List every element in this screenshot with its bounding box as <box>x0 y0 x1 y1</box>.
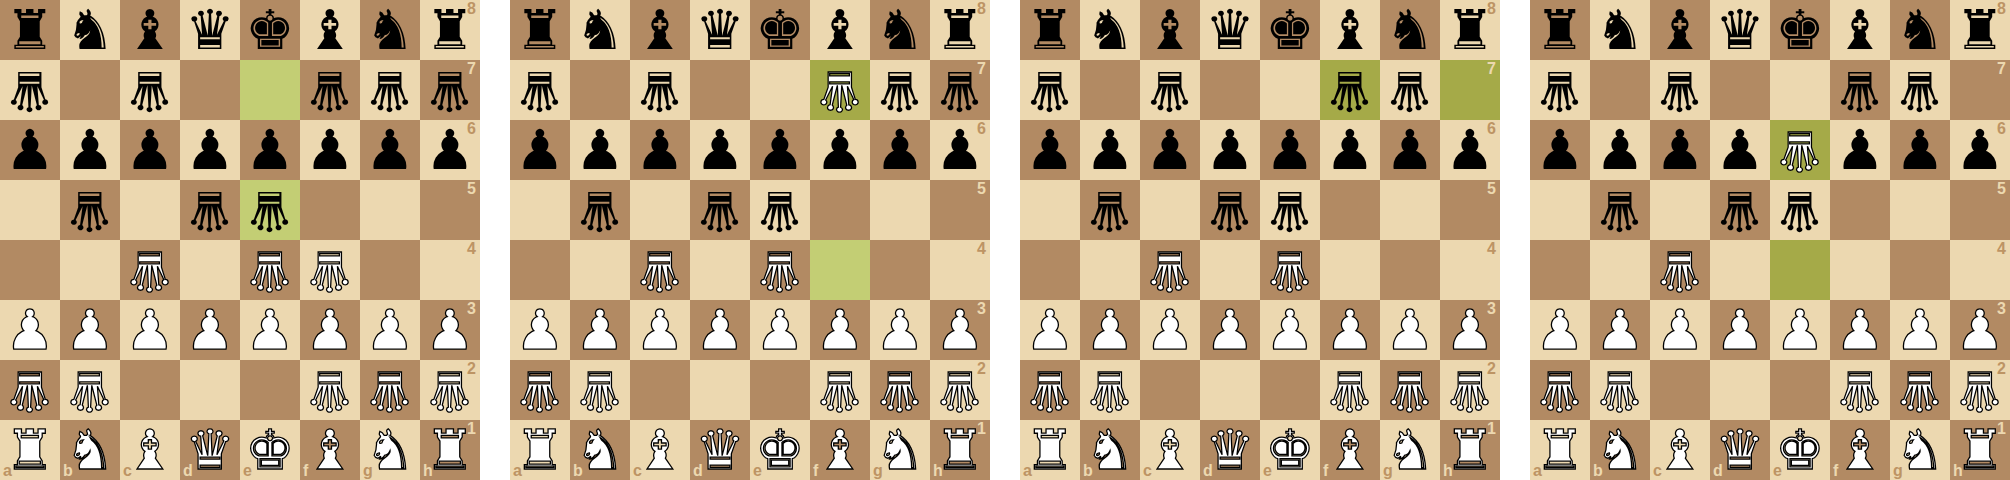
square-c2[interactable] <box>630 360 690 420</box>
square-h5[interactable] <box>930 180 990 240</box>
white-pawn-piece[interactable]: ♟ <box>1835 303 1884 358</box>
black-pawn-piece[interactable]: ♟ <box>245 123 294 178</box>
white-grasshopper-piece[interactable]: ♛ <box>575 363 624 418</box>
black-grasshopper-piece[interactable]: ♛ <box>65 183 114 238</box>
square-a7[interactable]: ♛ <box>510 60 570 120</box>
square-b4[interactable] <box>1080 240 1140 300</box>
square-g8[interactable]: ♞ <box>360 0 420 60</box>
square-f5[interactable] <box>810 180 870 240</box>
white-knight-piece[interactable]: ♞ <box>365 423 414 478</box>
square-g8[interactable]: ♞ <box>870 0 930 60</box>
square-d8[interactable]: ♛ <box>1710 0 1770 60</box>
square-h8[interactable]: ♜ <box>1440 0 1500 60</box>
white-pawn-piece[interactable]: ♟ <box>1535 303 1584 358</box>
black-knight-piece[interactable]: ♞ <box>65 3 114 58</box>
white-grasshopper-piece[interactable]: ♛ <box>1385 363 1434 418</box>
white-grasshopper-piece[interactable]: ♛ <box>5 363 54 418</box>
square-f2[interactable]: ♛ <box>810 360 870 420</box>
white-king-piece[interactable]: ♚ <box>1265 423 1314 478</box>
square-g3[interactable]: ♟ <box>870 300 930 360</box>
square-f3[interactable]: ♟ <box>300 300 360 360</box>
square-g8[interactable]: ♞ <box>1890 0 1950 60</box>
square-g3[interactable]: ♟ <box>360 300 420 360</box>
square-e4[interactable]: ♛ <box>240 240 300 300</box>
square-b3[interactable]: ♟ <box>1080 300 1140 360</box>
black-pawn-piece[interactable]: ♟ <box>1385 123 1434 178</box>
square-g7[interactable]: ♛ <box>1890 60 1950 120</box>
square-d2[interactable] <box>180 360 240 420</box>
white-bishop-piece[interactable]: ♝ <box>1145 423 1194 478</box>
square-b2[interactable]: ♛ <box>1080 360 1140 420</box>
black-pawn-piece[interactable]: ♟ <box>1445 123 1494 178</box>
square-c7[interactable]: ♛ <box>1140 60 1200 120</box>
black-grasshopper-piece[interactable]: ♛ <box>1655 63 1704 118</box>
black-rook-piece[interactable]: ♜ <box>1535 3 1584 58</box>
white-pawn-piece[interactable]: ♟ <box>65 303 114 358</box>
square-b7[interactable] <box>570 60 630 120</box>
square-h2[interactable]: ♛ <box>1440 360 1500 420</box>
black-pawn-piece[interactable]: ♟ <box>1835 123 1884 178</box>
square-h1[interactable]: ♜ <box>930 420 990 480</box>
square-g2[interactable]: ♛ <box>870 360 930 420</box>
square-b1[interactable]: ♞ <box>60 420 120 480</box>
black-grasshopper-piece[interactable]: ♛ <box>1595 183 1644 238</box>
square-d3[interactable]: ♟ <box>180 300 240 360</box>
square-a6[interactable]: ♟ <box>1530 120 1590 180</box>
square-c2[interactable] <box>120 360 180 420</box>
square-h4[interactable] <box>1950 240 2010 300</box>
white-pawn-piece[interactable]: ♟ <box>695 303 744 358</box>
black-pawn-piece[interactable]: ♟ <box>1955 123 2004 178</box>
white-rook-piece[interactable]: ♜ <box>5 423 54 478</box>
square-c4[interactable]: ♛ <box>1650 240 1710 300</box>
black-knight-piece[interactable]: ♞ <box>1385 3 1434 58</box>
white-pawn-piece[interactable]: ♟ <box>5 303 54 358</box>
square-h6[interactable]: ♟ <box>1950 120 2010 180</box>
square-d7[interactable] <box>690 60 750 120</box>
black-knight-piece[interactable]: ♞ <box>1085 3 1134 58</box>
white-knight-piece[interactable]: ♞ <box>1385 423 1434 478</box>
square-d6[interactable]: ♟ <box>1710 120 1770 180</box>
white-pawn-piece[interactable]: ♟ <box>125 303 174 358</box>
square-g3[interactable]: ♟ <box>1380 300 1440 360</box>
white-grasshopper-piece[interactable]: ♛ <box>815 363 864 418</box>
square-f7[interactable]: ♛ <box>810 60 870 120</box>
white-knight-piece[interactable]: ♞ <box>1595 423 1644 478</box>
white-pawn-piece[interactable]: ♟ <box>185 303 234 358</box>
square-b7[interactable] <box>1590 60 1650 120</box>
square-b7[interactable] <box>60 60 120 120</box>
square-e1[interactable]: ♚ <box>1770 420 1830 480</box>
white-bishop-piece[interactable]: ♝ <box>1655 423 1704 478</box>
square-f7[interactable]: ♛ <box>300 60 360 120</box>
square-b4[interactable] <box>1590 240 1650 300</box>
white-rook-piece[interactable]: ♜ <box>515 423 564 478</box>
black-grasshopper-piece[interactable]: ♛ <box>1895 63 1944 118</box>
black-pawn-piece[interactable]: ♟ <box>935 123 984 178</box>
white-pawn-piece[interactable]: ♟ <box>1445 303 1494 358</box>
white-bishop-piece[interactable]: ♝ <box>1835 423 1884 478</box>
white-grasshopper-piece[interactable]: ♛ <box>1955 363 2004 418</box>
white-bishop-piece[interactable]: ♝ <box>305 423 354 478</box>
square-d2[interactable] <box>1710 360 1770 420</box>
white-rook-piece[interactable]: ♜ <box>1535 423 1584 478</box>
square-d6[interactable]: ♟ <box>1200 120 1260 180</box>
square-f5[interactable] <box>1830 180 1890 240</box>
square-f4[interactable]: ♛ <box>300 240 360 300</box>
square-f1[interactable]: ♝ <box>300 420 360 480</box>
square-a5[interactable] <box>1530 180 1590 240</box>
square-a2[interactable]: ♛ <box>1530 360 1590 420</box>
square-h8[interactable]: ♜ <box>1950 0 2010 60</box>
black-pawn-piece[interactable]: ♟ <box>65 123 114 178</box>
square-e4[interactable]: ♛ <box>750 240 810 300</box>
square-f6[interactable]: ♟ <box>810 120 870 180</box>
square-e1[interactable]: ♚ <box>1260 420 1320 480</box>
white-bishop-piece[interactable]: ♝ <box>125 423 174 478</box>
square-h7[interactable]: ♛ <box>930 60 990 120</box>
black-pawn-piece[interactable]: ♟ <box>305 123 354 178</box>
square-e6[interactable]: ♟ <box>750 120 810 180</box>
square-d5[interactable]: ♛ <box>180 180 240 240</box>
square-a8[interactable]: ♜ <box>1530 0 1590 60</box>
square-h2[interactable]: ♛ <box>930 360 990 420</box>
square-d5[interactable]: ♛ <box>1200 180 1260 240</box>
square-h2[interactable]: ♛ <box>1950 360 2010 420</box>
square-b5[interactable]: ♛ <box>60 180 120 240</box>
square-h6[interactable]: ♟ <box>420 120 480 180</box>
square-b3[interactable]: ♟ <box>60 300 120 360</box>
square-c1[interactable]: ♝ <box>120 420 180 480</box>
black-pawn-piece[interactable]: ♟ <box>1655 123 1704 178</box>
black-knight-piece[interactable]: ♞ <box>1595 3 1644 58</box>
black-pawn-piece[interactable]: ♟ <box>635 123 684 178</box>
black-bishop-piece[interactable]: ♝ <box>815 3 864 58</box>
white-grasshopper-piece[interactable]: ♛ <box>305 243 354 298</box>
square-h8[interactable]: ♜ <box>420 0 480 60</box>
square-h3[interactable]: ♟ <box>420 300 480 360</box>
black-knight-piece[interactable]: ♞ <box>365 3 414 58</box>
black-pawn-piece[interactable]: ♟ <box>1595 123 1644 178</box>
square-d5[interactable]: ♛ <box>690 180 750 240</box>
white-grasshopper-piece[interactable]: ♛ <box>1835 363 1884 418</box>
black-pawn-piece[interactable]: ♟ <box>1715 123 1764 178</box>
square-e6[interactable]: ♟ <box>240 120 300 180</box>
square-h4[interactable] <box>1440 240 1500 300</box>
black-bishop-piece[interactable]: ♝ <box>1835 3 1884 58</box>
square-e2[interactable] <box>750 360 810 420</box>
black-grasshopper-piece[interactable]: ♛ <box>305 63 354 118</box>
square-g6[interactable]: ♟ <box>360 120 420 180</box>
black-pawn-piece[interactable]: ♟ <box>875 123 924 178</box>
black-pawn-piece[interactable]: ♟ <box>1205 123 1254 178</box>
white-grasshopper-piece[interactable]: ♛ <box>515 363 564 418</box>
black-bishop-piece[interactable]: ♝ <box>635 3 684 58</box>
square-b1[interactable]: ♞ <box>1080 420 1140 480</box>
square-c3[interactable]: ♟ <box>630 300 690 360</box>
square-a1[interactable]: ♜ <box>1530 420 1590 480</box>
square-d6[interactable]: ♟ <box>690 120 750 180</box>
white-pawn-piece[interactable]: ♟ <box>515 303 564 358</box>
square-h5[interactable] <box>1950 180 2010 240</box>
black-grasshopper-piece[interactable]: ♛ <box>365 63 414 118</box>
square-c6[interactable]: ♟ <box>120 120 180 180</box>
square-d4[interactable] <box>1200 240 1260 300</box>
square-a4[interactable] <box>510 240 570 300</box>
square-a4[interactable] <box>1020 240 1080 300</box>
white-grasshopper-piece[interactable]: ♛ <box>1445 363 1494 418</box>
square-a7[interactable]: ♛ <box>1020 60 1080 120</box>
square-g2[interactable]: ♛ <box>1380 360 1440 420</box>
white-king-piece[interactable]: ♚ <box>1775 423 1824 478</box>
white-pawn-piece[interactable]: ♟ <box>635 303 684 358</box>
square-f8[interactable]: ♝ <box>810 0 870 60</box>
white-pawn-piece[interactable]: ♟ <box>1655 303 1704 358</box>
square-h6[interactable]: ♟ <box>1440 120 1500 180</box>
square-a6[interactable]: ♟ <box>510 120 570 180</box>
square-d2[interactable] <box>690 360 750 420</box>
square-f3[interactable]: ♟ <box>810 300 870 360</box>
black-queen-piece[interactable]: ♛ <box>695 3 744 58</box>
square-d7[interactable] <box>1200 60 1260 120</box>
black-pawn-piece[interactable]: ♟ <box>1535 123 1584 178</box>
black-rook-piece[interactable]: ♜ <box>935 3 984 58</box>
square-c1[interactable]: ♝ <box>630 420 690 480</box>
black-grasshopper-piece[interactable]: ♛ <box>575 183 624 238</box>
square-c4[interactable]: ♛ <box>120 240 180 300</box>
square-c7[interactable]: ♛ <box>630 60 690 120</box>
square-f3[interactable]: ♟ <box>1830 300 1890 360</box>
square-c1[interactable]: ♝ <box>1140 420 1200 480</box>
square-a5[interactable] <box>510 180 570 240</box>
square-a2[interactable]: ♛ <box>0 360 60 420</box>
square-a3[interactable]: ♟ <box>0 300 60 360</box>
square-f2[interactable]: ♛ <box>1830 360 1890 420</box>
black-grasshopper-piece[interactable]: ♛ <box>755 183 804 238</box>
square-a3[interactable]: ♟ <box>1530 300 1590 360</box>
black-pawn-piece[interactable]: ♟ <box>695 123 744 178</box>
square-d3[interactable]: ♟ <box>1710 300 1770 360</box>
square-e6[interactable]: ♛ <box>1770 120 1830 180</box>
square-d2[interactable] <box>1200 360 1260 420</box>
white-grasshopper-piece[interactable]: ♛ <box>1025 363 1074 418</box>
square-e3[interactable]: ♟ <box>1770 300 1830 360</box>
black-queen-piece[interactable]: ♛ <box>1715 3 1764 58</box>
square-g6[interactable]: ♟ <box>1890 120 1950 180</box>
white-pawn-piece[interactable]: ♟ <box>1595 303 1644 358</box>
square-e3[interactable]: ♟ <box>750 300 810 360</box>
white-knight-piece[interactable]: ♞ <box>875 423 924 478</box>
square-h7[interactable]: ♛ <box>420 60 480 120</box>
square-f3[interactable]: ♟ <box>1320 300 1380 360</box>
square-f1[interactable]: ♝ <box>1320 420 1380 480</box>
black-grasshopper-piece[interactable]: ♛ <box>935 63 984 118</box>
square-b6[interactable]: ♟ <box>60 120 120 180</box>
square-e8[interactable]: ♚ <box>1260 0 1320 60</box>
black-grasshopper-piece[interactable]: ♛ <box>1265 183 1314 238</box>
square-g7[interactable]: ♛ <box>870 60 930 120</box>
square-e5[interactable]: ♛ <box>1770 180 1830 240</box>
square-e7[interactable] <box>1770 60 1830 120</box>
square-e4[interactable]: ♛ <box>1260 240 1320 300</box>
white-pawn-piece[interactable]: ♟ <box>1955 303 2004 358</box>
square-d3[interactable]: ♟ <box>1200 300 1260 360</box>
square-g6[interactable]: ♟ <box>870 120 930 180</box>
square-c8[interactable]: ♝ <box>1650 0 1710 60</box>
square-g1[interactable]: ♞ <box>1380 420 1440 480</box>
white-grasshopper-piece[interactable]: ♛ <box>305 363 354 418</box>
white-queen-piece[interactable]: ♛ <box>185 423 234 478</box>
square-b8[interactable]: ♞ <box>60 0 120 60</box>
square-e6[interactable]: ♟ <box>1260 120 1320 180</box>
white-grasshopper-piece[interactable]: ♛ <box>635 243 684 298</box>
square-d4[interactable] <box>1710 240 1770 300</box>
square-b4[interactable] <box>60 240 120 300</box>
square-b1[interactable]: ♞ <box>1590 420 1650 480</box>
black-pawn-piece[interactable]: ♟ <box>1085 123 1134 178</box>
square-a6[interactable]: ♟ <box>0 120 60 180</box>
square-d6[interactable]: ♟ <box>180 120 240 180</box>
white-pawn-piece[interactable]: ♟ <box>425 303 474 358</box>
square-f6[interactable]: ♟ <box>300 120 360 180</box>
square-e7[interactable] <box>1260 60 1320 120</box>
square-c7[interactable]: ♛ <box>1650 60 1710 120</box>
square-c5[interactable] <box>630 180 690 240</box>
black-queen-piece[interactable]: ♛ <box>1205 3 1254 58</box>
square-a8[interactable]: ♜ <box>0 0 60 60</box>
black-pawn-piece[interactable]: ♟ <box>1265 123 1314 178</box>
white-grasshopper-piece[interactable]: ♛ <box>365 363 414 418</box>
white-bishop-piece[interactable]: ♝ <box>815 423 864 478</box>
square-e2[interactable] <box>1770 360 1830 420</box>
square-f4[interactable] <box>810 240 870 300</box>
white-grasshopper-piece[interactable]: ♛ <box>935 363 984 418</box>
square-b7[interactable] <box>1080 60 1140 120</box>
black-pawn-piece[interactable]: ♟ <box>1145 123 1194 178</box>
black-king-piece[interactable]: ♚ <box>245 3 294 58</box>
square-e3[interactable]: ♟ <box>1260 300 1320 360</box>
black-grasshopper-piece[interactable]: ♛ <box>1325 63 1374 118</box>
white-grasshopper-piece[interactable]: ♛ <box>1085 363 1134 418</box>
square-h1[interactable]: ♜ <box>420 420 480 480</box>
white-knight-piece[interactable]: ♞ <box>1085 423 1134 478</box>
white-pawn-piece[interactable]: ♟ <box>1325 303 1374 358</box>
square-d8[interactable]: ♛ <box>1200 0 1260 60</box>
square-h1[interactable]: ♜ <box>1440 420 1500 480</box>
square-g7[interactable]: ♛ <box>1380 60 1440 120</box>
square-d5[interactable]: ♛ <box>1710 180 1770 240</box>
square-e2[interactable] <box>1260 360 1320 420</box>
black-bishop-piece[interactable]: ♝ <box>125 3 174 58</box>
white-knight-piece[interactable]: ♞ <box>65 423 114 478</box>
square-b3[interactable]: ♟ <box>1590 300 1650 360</box>
square-c2[interactable] <box>1140 360 1200 420</box>
white-grasshopper-piece[interactable]: ♛ <box>1265 243 1314 298</box>
black-grasshopper-piece[interactable]: ♛ <box>695 183 744 238</box>
black-pawn-piece[interactable]: ♟ <box>1025 123 1074 178</box>
square-a2[interactable]: ♛ <box>510 360 570 420</box>
square-d3[interactable]: ♟ <box>690 300 750 360</box>
black-pawn-piece[interactable]: ♟ <box>1895 123 1944 178</box>
square-c4[interactable]: ♛ <box>630 240 690 300</box>
white-pawn-piece[interactable]: ♟ <box>1775 303 1824 358</box>
square-h5[interactable] <box>1440 180 1500 240</box>
square-a4[interactable] <box>1530 240 1590 300</box>
white-rook-piece[interactable]: ♜ <box>1955 423 2004 478</box>
black-grasshopper-piece[interactable]: ♛ <box>1205 183 1254 238</box>
black-grasshopper-piece[interactable]: ♛ <box>1085 183 1134 238</box>
square-h3[interactable]: ♟ <box>1440 300 1500 360</box>
black-grasshopper-piece[interactable]: ♛ <box>1385 63 1434 118</box>
square-c6[interactable]: ♟ <box>1140 120 1200 180</box>
square-h3[interactable]: ♟ <box>930 300 990 360</box>
square-e1[interactable]: ♚ <box>750 420 810 480</box>
square-f8[interactable]: ♝ <box>1830 0 1890 60</box>
square-e3[interactable]: ♟ <box>240 300 300 360</box>
square-b2[interactable]: ♛ <box>1590 360 1650 420</box>
square-e4[interactable] <box>1770 240 1830 300</box>
white-pawn-piece[interactable]: ♟ <box>1205 303 1254 358</box>
square-b4[interactable] <box>570 240 630 300</box>
square-a7[interactable]: ♛ <box>1530 60 1590 120</box>
square-f8[interactable]: ♝ <box>300 0 360 60</box>
black-grasshopper-piece[interactable]: ♛ <box>425 63 474 118</box>
square-b6[interactable]: ♟ <box>570 120 630 180</box>
black-grasshopper-piece[interactable]: ♛ <box>1535 63 1584 118</box>
black-knight-piece[interactable]: ♞ <box>875 3 924 58</box>
square-c5[interactable] <box>1650 180 1710 240</box>
square-g5[interactable] <box>1890 180 1950 240</box>
square-h7[interactable] <box>1440 60 1500 120</box>
black-rook-piece[interactable]: ♜ <box>1955 3 2004 58</box>
black-knight-piece[interactable]: ♞ <box>1895 3 1944 58</box>
white-grasshopper-piece[interactable]: ♛ <box>1145 243 1194 298</box>
black-grasshopper-piece[interactable]: ♛ <box>1025 63 1074 118</box>
square-f5[interactable] <box>1320 180 1380 240</box>
square-g4[interactable] <box>360 240 420 300</box>
white-grasshopper-piece[interactable]: ♛ <box>125 243 174 298</box>
black-grasshopper-piece[interactable]: ♛ <box>185 183 234 238</box>
white-grasshopper-piece[interactable]: ♛ <box>65 363 114 418</box>
black-grasshopper-piece[interactable]: ♛ <box>635 63 684 118</box>
black-pawn-piece[interactable]: ♟ <box>1325 123 1374 178</box>
white-pawn-piece[interactable]: ♟ <box>1265 303 1314 358</box>
white-king-piece[interactable]: ♚ <box>755 423 804 478</box>
white-grasshopper-piece[interactable]: ♛ <box>875 363 924 418</box>
square-f1[interactable]: ♝ <box>1830 420 1890 480</box>
square-e5[interactable]: ♛ <box>750 180 810 240</box>
square-h8[interactable]: ♜ <box>930 0 990 60</box>
black-grasshopper-piece[interactable]: ♛ <box>875 63 924 118</box>
square-d4[interactable] <box>690 240 750 300</box>
black-king-piece[interactable]: ♚ <box>1775 3 1824 58</box>
square-c4[interactable]: ♛ <box>1140 240 1200 300</box>
white-queen-piece[interactable]: ♛ <box>1715 423 1764 478</box>
white-rook-piece[interactable]: ♜ <box>425 423 474 478</box>
black-pawn-piece[interactable]: ♟ <box>425 123 474 178</box>
square-a1[interactable]: ♜ <box>0 420 60 480</box>
white-pawn-piece[interactable]: ♟ <box>1025 303 1074 358</box>
square-d1[interactable]: ♛ <box>690 420 750 480</box>
square-h3[interactable]: ♟ <box>1950 300 2010 360</box>
black-grasshopper-piece[interactable]: ♛ <box>125 63 174 118</box>
black-rook-piece[interactable]: ♜ <box>425 3 474 58</box>
black-rook-piece[interactable]: ♜ <box>1025 3 1074 58</box>
white-rook-piece[interactable]: ♜ <box>935 423 984 478</box>
square-f2[interactable]: ♛ <box>300 360 360 420</box>
square-e7[interactable] <box>240 60 300 120</box>
square-a6[interactable]: ♟ <box>1020 120 1080 180</box>
